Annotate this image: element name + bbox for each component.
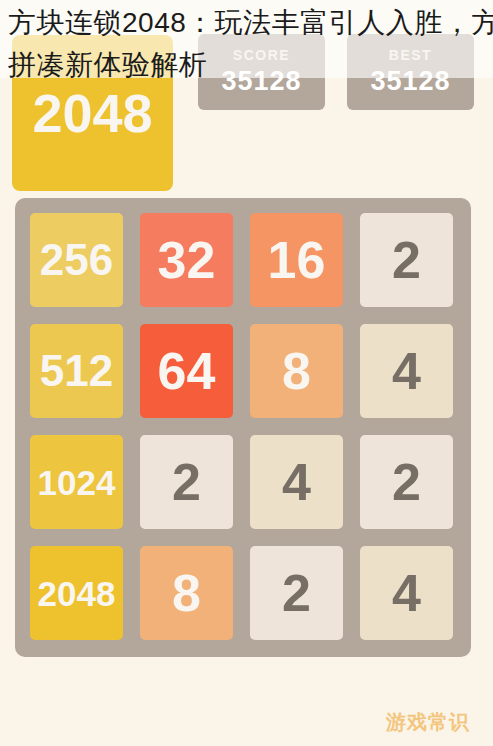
screenshot-root: 2048 SCORE 35128 BEST 35128 256321625126…: [0, 0, 493, 746]
tile-64: 64: [140, 324, 233, 418]
tile-4: 4: [250, 435, 343, 529]
game-board[interactable]: 25632162512648410242422048824: [15, 198, 471, 657]
tile-512: 512: [30, 324, 123, 418]
tile-2048: 2048: [30, 546, 123, 640]
tile-1024: 1024: [30, 435, 123, 529]
article-title-line1: 方块连锁2048：玩法丰富引人入胜，方块: [8, 4, 493, 42]
tile-2: 2: [360, 213, 453, 307]
tile-2: 2: [250, 546, 343, 640]
tile-32: 32: [140, 213, 233, 307]
logo-2048-label: 2048: [32, 82, 152, 144]
tile-8: 8: [140, 546, 233, 640]
tile-2: 2: [360, 435, 453, 529]
tile-4: 4: [360, 324, 453, 418]
tile-2: 2: [140, 435, 233, 529]
article-title-line2: 拼凑新体验解析: [8, 46, 208, 84]
tile-256: 256: [30, 213, 123, 307]
tile-8: 8: [250, 324, 343, 418]
tile-16: 16: [250, 213, 343, 307]
watermark: 游戏常识: [386, 709, 470, 736]
tile-4: 4: [360, 546, 453, 640]
